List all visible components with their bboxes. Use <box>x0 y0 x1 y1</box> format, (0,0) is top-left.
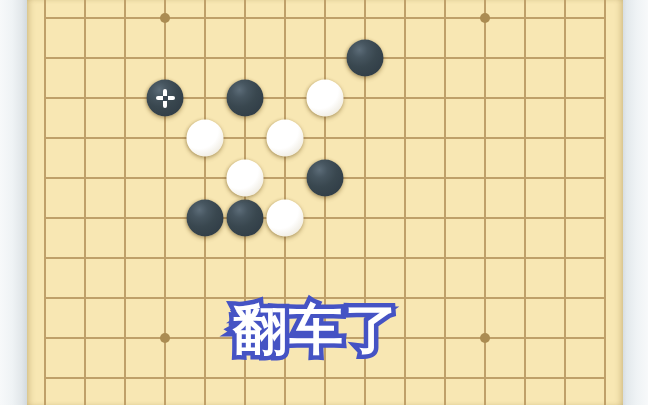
grid-cell <box>166 179 206 219</box>
grid-cell <box>286 139 326 179</box>
grid-cell <box>366 259 406 299</box>
grid-cell <box>86 139 126 179</box>
grid-cell <box>246 179 286 219</box>
grid-cell <box>126 139 166 179</box>
grid-cell <box>206 259 246 299</box>
grid-cell <box>566 259 606 299</box>
grid-cell <box>566 299 606 339</box>
grid-cell <box>566 179 606 219</box>
grid-cell <box>46 299 86 339</box>
grid-cell <box>46 99 86 139</box>
grid-cell <box>286 0 326 19</box>
grid-cell <box>206 379 246 405</box>
caption: 翻车了 翻车了 <box>233 302 401 359</box>
grid-cell <box>286 99 326 139</box>
grid-cell <box>446 259 486 299</box>
grid-cell <box>286 59 326 99</box>
grid-cell <box>166 139 206 179</box>
grid-cell <box>206 99 246 139</box>
grid-cell <box>46 59 86 99</box>
grid-cell <box>526 379 566 405</box>
grid-cell <box>126 0 166 19</box>
grid-cell <box>246 259 286 299</box>
grid-cell <box>406 299 446 339</box>
grid-cell <box>526 179 566 219</box>
grid-cell <box>486 59 526 99</box>
grid-cell <box>486 179 526 219</box>
grid-cell <box>526 59 566 99</box>
grid-cell <box>526 19 566 59</box>
grid-cell <box>246 219 286 259</box>
grid-cell <box>206 139 246 179</box>
grid-cell <box>366 379 406 405</box>
grid-cell <box>366 19 406 59</box>
grid-cell <box>406 259 446 299</box>
grid-cell <box>406 59 446 99</box>
grid-cell <box>366 59 406 99</box>
grid-cell <box>326 259 366 299</box>
grid-cell <box>366 179 406 219</box>
grid-cell <box>246 0 286 19</box>
grid-cell <box>486 99 526 139</box>
grid-cell <box>366 139 406 179</box>
grid-cell <box>46 259 86 299</box>
grid-cell <box>526 99 566 139</box>
grid-cell <box>406 339 446 379</box>
grid-cell <box>566 19 606 59</box>
grid-cell <box>246 99 286 139</box>
grid-cell <box>166 59 206 99</box>
grid-cell <box>326 379 366 405</box>
grid-cell <box>166 339 206 379</box>
grid-cell <box>126 19 166 59</box>
grid-cell <box>446 339 486 379</box>
grid-cell <box>486 379 526 405</box>
grid-cell <box>366 99 406 139</box>
grid-cell <box>406 379 446 405</box>
grid-cell <box>286 179 326 219</box>
grid-cell <box>566 99 606 139</box>
grid-cell <box>206 219 246 259</box>
grid-cell <box>446 19 486 59</box>
right-gutter <box>623 0 648 405</box>
grid-cell <box>486 259 526 299</box>
grid-cell <box>526 139 566 179</box>
grid-cell <box>406 0 446 19</box>
grid-cell <box>566 59 606 99</box>
grid-cell <box>566 219 606 259</box>
grid-cell <box>326 139 366 179</box>
grid-cell <box>166 99 206 139</box>
grid-cell <box>206 19 246 59</box>
grid-cell <box>126 179 166 219</box>
grid-cell <box>446 219 486 259</box>
grid-cell <box>526 299 566 339</box>
grid-cell <box>486 139 526 179</box>
grid-cell <box>126 259 166 299</box>
caption-text: 翻车了 <box>233 302 401 359</box>
grid-cell <box>86 299 126 339</box>
grid-cell <box>126 59 166 99</box>
grid-cell <box>526 259 566 299</box>
grid-cell <box>46 139 86 179</box>
grid-cell <box>86 339 126 379</box>
grid-cell <box>486 0 526 19</box>
grid-cell <box>46 379 86 405</box>
grid-cell <box>526 219 566 259</box>
grid-cell <box>486 219 526 259</box>
grid-cell <box>86 179 126 219</box>
grid-cell <box>326 219 366 259</box>
grid-cell <box>46 19 86 59</box>
grid-cell <box>166 19 206 59</box>
grid-cell <box>526 339 566 379</box>
grid-cell <box>286 219 326 259</box>
grid-cell <box>326 179 366 219</box>
grid-cell <box>86 0 126 19</box>
grid-cell <box>166 259 206 299</box>
grid-cell <box>246 59 286 99</box>
grid-cell <box>446 139 486 179</box>
grid-cell <box>406 179 446 219</box>
grid-cell <box>46 0 86 19</box>
grid-cell <box>446 59 486 99</box>
grid-cell <box>86 59 126 99</box>
grid-cell <box>86 19 126 59</box>
grid-cell <box>86 99 126 139</box>
grid-cell <box>166 219 206 259</box>
grid-cell <box>126 339 166 379</box>
grid-cell <box>206 179 246 219</box>
left-gutter <box>0 0 27 405</box>
grid-cell <box>406 139 446 179</box>
grid-cell <box>46 219 86 259</box>
grid-cell <box>326 19 366 59</box>
grid-cell <box>166 299 206 339</box>
grid-cell <box>366 219 406 259</box>
grid-cell <box>446 299 486 339</box>
grid-cell <box>446 379 486 405</box>
grid-cell <box>126 379 166 405</box>
grid-cell <box>246 19 286 59</box>
grid-cell <box>326 0 366 19</box>
grid-cell <box>486 339 526 379</box>
grid-cell <box>126 219 166 259</box>
grid-cell <box>206 59 246 99</box>
grid-cell <box>566 139 606 179</box>
grid-cell <box>286 259 326 299</box>
grid-cell <box>126 299 166 339</box>
grid-cell <box>486 19 526 59</box>
grid-cell <box>86 259 126 299</box>
grid-cell <box>366 0 406 19</box>
grid-cell <box>246 139 286 179</box>
grid-cell <box>406 99 446 139</box>
grid-cell <box>326 99 366 139</box>
grid-cell <box>446 0 486 19</box>
grid-cell <box>406 19 446 59</box>
grid-cell <box>126 99 166 139</box>
gomoku-app-screenshot: 翻车了 翻车了 <box>0 0 648 405</box>
grid-cell <box>446 179 486 219</box>
grid-cell <box>486 299 526 339</box>
grid-cell <box>526 0 566 19</box>
grid-cell <box>166 0 206 19</box>
grid-cell <box>566 0 606 19</box>
grid-cell <box>446 99 486 139</box>
grid-cell <box>286 19 326 59</box>
grid-cell <box>326 59 366 99</box>
grid-cell <box>286 379 326 405</box>
grid-cell <box>566 339 606 379</box>
grid-cell <box>46 179 86 219</box>
grid-cell <box>406 219 446 259</box>
grid-cell <box>246 379 286 405</box>
grid-cell <box>46 339 86 379</box>
grid-cell <box>86 219 126 259</box>
grid-cell <box>166 379 206 405</box>
grid-cell <box>206 0 246 19</box>
grid-cell <box>566 379 606 405</box>
grid-cell <box>86 379 126 405</box>
